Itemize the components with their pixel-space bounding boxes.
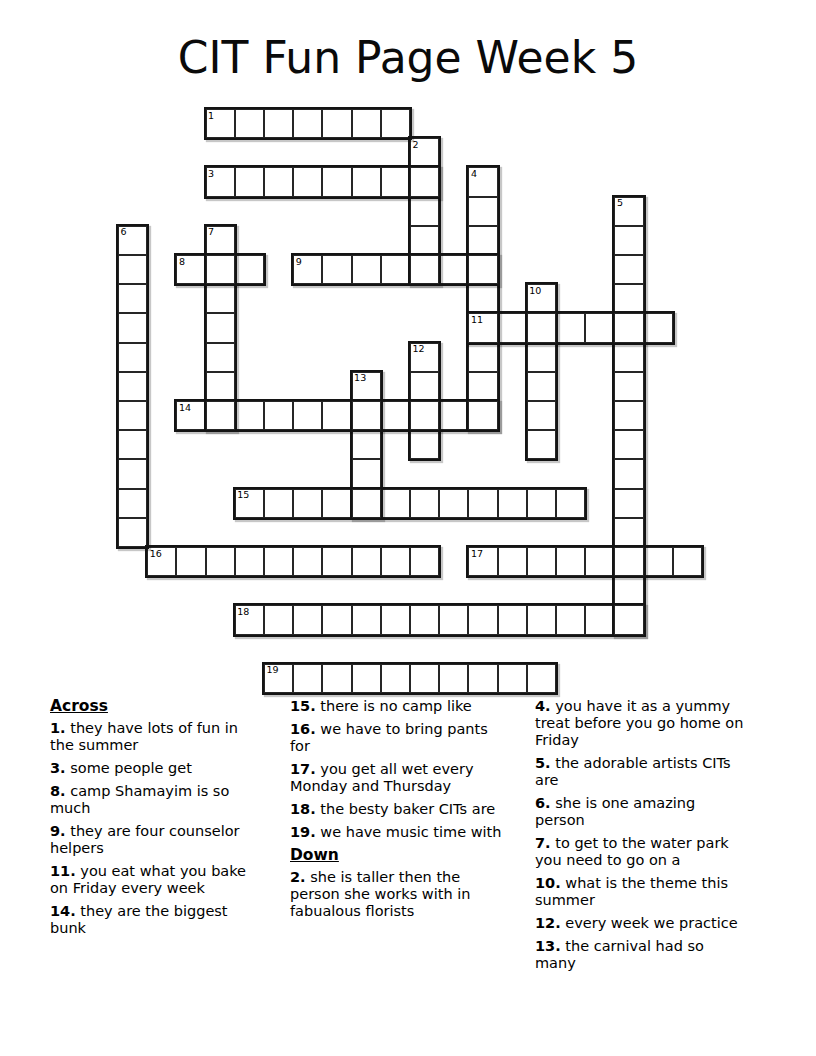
grid-cell-r10c11[interactable] [438,400,469,431]
grid-cell-r5c9[interactable] [380,254,411,285]
grid-cell-r6c12[interactable] [467,283,498,314]
across-clues-list-1: 1. they have lots of fun in the summer3.… [50,720,250,937]
grid-cell-r5c6[interactable] [292,254,323,285]
grid-cell-r3c10[interactable] [409,196,440,227]
clue-number: 12. [535,915,561,931]
grid-cell-r13c15[interactable] [555,488,586,519]
grid-cell-r7c3[interactable] [205,312,236,343]
grid-cell-r15c3[interactable] [205,546,236,577]
grid-cell-r10c4[interactable] [234,400,265,431]
grid-cell-r5c7[interactable] [321,254,352,285]
grid-cell-r5c2[interactable] [175,254,206,285]
grid-cell-r13c11[interactable] [438,488,469,519]
grid-cell-r2c6[interactable] [292,166,323,197]
clue-text: camp Shamayim is so much [50,783,229,816]
grid-cell-r12c8[interactable] [351,458,382,489]
grid-cell-r6c17[interactable] [613,283,644,314]
clue-across-9: 9. they are four counselor helpers [50,823,250,857]
grid-cell-r13c10[interactable] [409,488,440,519]
grid-cell-r6c0[interactable] [117,283,148,314]
clue-number: 13. [535,938,561,954]
grid-cell-r11c8[interactable] [351,429,382,460]
grid-cell-r7c17[interactable] [613,312,644,343]
clue-across-3: 3. some people get [50,760,250,777]
grid-cell-r12c0[interactable] [117,458,148,489]
grid-cell-r19c5[interactable] [263,663,294,694]
grid-cell-r0c3[interactable] [205,108,236,139]
grid-cell-r5c12[interactable] [467,254,498,285]
clue-number: 17. [290,761,316,777]
grid-cell-r0c6[interactable] [292,108,323,139]
clue-across-15: 15. there is no camp like [290,698,502,715]
grid-cell-r7c12[interactable] [467,312,498,343]
grid-cell-r0c8[interactable] [351,108,382,139]
grid-cell-r19c8[interactable] [351,663,382,694]
grid-cell-r10c12[interactable] [467,400,498,431]
grid-cell-r15c16[interactable] [584,546,615,577]
clue-text: they are four counselor helpers [50,823,240,856]
grid-cell-r15c19[interactable] [672,546,703,577]
grid-cell-r17c6[interactable] [292,604,323,635]
grid-cell-r15c5[interactable] [263,546,294,577]
grid-cell-r2c5[interactable] [263,166,294,197]
grid-cell-r8c17[interactable] [613,342,644,373]
grid-cell-r15c9[interactable] [380,546,411,577]
clue-down-6: 6. she is one amazing person [535,795,749,829]
grid-cell-r15c15[interactable] [555,546,586,577]
down-clues-list-1: 2. she is taller then the person she wor… [290,869,502,920]
grid-cell-r2c8[interactable] [351,166,382,197]
grid-cell-r17c11[interactable] [438,604,469,635]
grid-cell-r14c17[interactable] [613,517,644,548]
grid-cell-r9c3[interactable] [205,371,236,402]
grid-cell-r13c5[interactable] [263,488,294,519]
grid-cell-r15c1[interactable] [146,546,177,577]
grid-cell-r10c6[interactable] [292,400,323,431]
grid-cell-r1c10[interactable] [409,137,440,168]
grid-cell-r5c0[interactable] [117,254,148,285]
grid-cell-r17c10[interactable] [409,604,440,635]
grid-cell-r15c18[interactable] [643,546,674,577]
grid-cell-r5c4[interactable] [234,254,265,285]
grid-cell-r3c12[interactable] [467,196,498,227]
across-clues-list-2: 15. there is no camp like16. we have to … [290,698,502,841]
down-header: Down [290,847,502,864]
grid-cell-r10c7[interactable] [321,400,352,431]
clue-number: 9. [50,823,66,839]
grid-cell-r15c12[interactable] [467,546,498,577]
clue-across-14: 14. they are the biggest bunk [50,903,250,937]
grid-cell-r9c0[interactable] [117,371,148,402]
clue-number: 14. [50,903,76,919]
grid-cell-r17c12[interactable] [467,604,498,635]
grid-cell-r17c7[interactable] [321,604,352,635]
clue-text: she is taller then the person she works … [290,869,470,919]
clue-number: 10. [535,875,561,891]
grid-cell-r15c2[interactable] [175,546,206,577]
grid-cell-r15c13[interactable] [497,546,528,577]
down-clues-list-2: 4. you have it as a yummy treat before y… [535,698,749,972]
grid-cell-r15c14[interactable] [526,546,557,577]
grid-cell-r19c10[interactable] [409,663,440,694]
grid-cell-r10c5[interactable] [263,400,294,431]
grid-cell-r0c9[interactable] [380,108,411,139]
grid-cell-r19c11[interactable] [438,663,469,694]
clues-column-2: 15. there is no camp like16. we have to … [290,698,502,926]
clue-text: you get all wet every Monday and Thursda… [290,761,474,794]
clue-text: what is the theme this summer [535,875,728,908]
grid-cell-r10c17[interactable] [613,400,644,431]
grid-cell-r7c15[interactable] [555,312,586,343]
clue-number: 5. [535,755,551,771]
clue-down-12: 12. every week we practice [535,915,749,932]
grid-cell-r13c12[interactable] [467,488,498,519]
clue-number: 2. [290,869,306,885]
clue-down-2: 2. she is taller then the person she wor… [290,869,502,920]
grid-cell-r2c4[interactable] [234,166,265,197]
grid-cell-r19c7[interactable] [321,663,352,694]
grid-cell-r2c3[interactable] [205,166,236,197]
grid-cell-r12c17[interactable] [613,458,644,489]
grid-cell-r10c14[interactable] [526,400,557,431]
grid-cell-r17c17[interactable] [613,604,644,635]
grid-cell-r9c12[interactable] [467,371,498,402]
clue-across-19: 19. we have music time with [290,824,502,841]
grid-cell-r3c17[interactable] [613,196,644,227]
grid-cell-r9c14[interactable] [526,371,557,402]
grid-cell-r13c6[interactable] [292,488,323,519]
grid-cell-r15c8[interactable] [351,546,382,577]
grid-cell-r10c3[interactable] [205,400,236,431]
grid-cell-r4c12[interactable] [467,225,498,256]
grid-cell-r4c17[interactable] [613,225,644,256]
clue-down-10: 10. what is the theme this summer [535,875,749,909]
grid-cell-r11c14[interactable] [526,429,557,460]
clue-across-17: 17. you get all wet every Monday and Thu… [290,761,502,795]
grid-cell-r14c0[interactable] [117,517,148,548]
grid-cell-r13c17[interactable] [613,488,644,519]
grid-cell-r10c0[interactable] [117,400,148,431]
clue-down-5: 5. the adorable artists CITs are [535,755,749,789]
grid-cell-r10c9[interactable] [380,400,411,431]
grid-cell-r9c17[interactable] [613,371,644,402]
clue-text: you eat what you bake on Friday every we… [50,863,246,896]
grid-cell-r17c16[interactable] [584,604,615,635]
clue-across-8: 8. camp Shamayim is so much [50,783,250,817]
grid-cell-r8c12[interactable] [467,342,498,373]
grid-cell-r4c3[interactable] [205,225,236,256]
grid-cell-r15c6[interactable] [292,546,323,577]
clue-across-1: 1. they have lots of fun in the summer [50,720,250,754]
grid-cell-r17c4[interactable] [234,604,265,635]
grid-cell-r5c10[interactable] [409,254,440,285]
grid-cell-r9c10[interactable] [409,371,440,402]
grid-cell-r19c12[interactable] [467,663,498,694]
grid-cell-r13c8[interactable] [351,488,382,519]
grid-cell-r13c7[interactable] [321,488,352,519]
grid-cell-r10c2[interactable] [175,400,206,431]
grid-cell-r15c4[interactable] [234,546,265,577]
grid-cell-r13c14[interactable] [526,488,557,519]
grid-cell-r0c4[interactable] [234,108,265,139]
grid-cell-r7c18[interactable] [643,312,674,343]
clue-text: to get to the water park you need to go … [535,835,729,868]
clue-number: 15. [290,698,316,714]
across-header: Across [50,698,250,715]
grid-cell-r19c14[interactable] [526,663,557,694]
grid-cell-r4c0[interactable] [117,225,148,256]
grid-cell-r7c0[interactable] [117,312,148,343]
clue-number: 7. [535,835,551,851]
clue-text: there is no camp like [316,698,472,714]
clue-number: 1. [50,720,66,736]
clue-number: 4. [535,698,551,714]
grid-cell-r6c14[interactable] [526,283,557,314]
grid-cell-r17c8[interactable] [351,604,382,635]
clue-across-18: 18. the besty baker CITs are [290,801,502,818]
grid-cell-r0c5[interactable] [263,108,294,139]
grid-cell-r13c13[interactable] [497,488,528,519]
clue-down-7: 7. to get to the water park you need to … [535,835,749,869]
clue-text: we have music time with [316,824,502,840]
grid-cell-r4c10[interactable] [409,225,440,256]
grid-cell-r11c10[interactable] [409,429,440,460]
clues-column-1: Across 1. they have lots of fun in the s… [50,698,250,943]
grid-cell-r10c8[interactable] [351,400,382,431]
grid-cell-r19c13[interactable] [497,663,528,694]
grid-cell-r15c7[interactable] [321,546,352,577]
grid-cell-r8c0[interactable] [117,342,148,373]
grid-cell-r5c11[interactable] [438,254,469,285]
grid-cell-r6c3[interactable] [205,283,236,314]
grid-cell-r11c17[interactable] [613,429,644,460]
grid-cell-r2c12[interactable] [467,166,498,197]
crossword-grid: 12345678910111213141516171819 [117,108,701,692]
clue-number: 8. [50,783,66,799]
grid-cell-r10c10[interactable] [409,400,440,431]
clue-down-13: 13. the carnival had so many [535,938,749,972]
grid-cell-r5c17[interactable] [613,254,644,285]
grid-cell-r7c14[interactable] [526,312,557,343]
crossword-page: CIT Fun Page Week 5 12345678910111213141… [0,0,816,1056]
grid-cell-r11c0[interactable] [117,429,148,460]
clue-number: 6. [535,795,551,811]
grid-cell-r8c14[interactable] [526,342,557,373]
grid-cell-r13c9[interactable] [380,488,411,519]
clue-across-16: 16. we have to bring pants for [290,721,502,755]
grid-cell-r2c10[interactable] [409,166,440,197]
grid-cell-r5c3[interactable] [205,254,236,285]
grid-cell-r13c4[interactable] [234,488,265,519]
grid-cell-r8c3[interactable] [205,342,236,373]
clue-text: the carnival had so many [535,938,704,971]
grid-cell-r15c10[interactable] [409,546,440,577]
clue-across-11: 11. you eat what you bake on Friday ever… [50,863,250,897]
grid-cell-r0c7[interactable] [321,108,352,139]
grid-cell-r7c16[interactable] [584,312,615,343]
clues-column-3: 4. you have it as a yummy treat before y… [535,698,749,978]
grid-cell-r13c0[interactable] [117,488,148,519]
clue-text: the adorable artists CITs are [535,755,731,788]
grid-cell-r15c17[interactable] [613,546,644,577]
clue-text: she is one amazing person [535,795,695,828]
grid-cell-r19c6[interactable] [292,663,323,694]
clue-down-4: 4. you have it as a yummy treat before y… [535,698,749,749]
grid-cell-r17c15[interactable] [555,604,586,635]
grid-cell-r16c17[interactable] [613,575,644,606]
clue-number: 11. [50,863,76,879]
grid-cell-r17c13[interactable] [497,604,528,635]
grid-cell-r17c9[interactable] [380,604,411,635]
clue-text: they are the biggest bunk [50,903,228,936]
clue-number: 18. [290,801,316,817]
clue-number: 19. [290,824,316,840]
grid-cell-r2c9[interactable] [380,166,411,197]
grid-cell-r17c5[interactable] [263,604,294,635]
clue-number: 16. [290,721,316,737]
grid-cell-r2c7[interactable] [321,166,352,197]
clue-number: 3. [50,760,66,776]
clue-text: you have it as a yummy treat before you … [535,698,743,748]
clue-text: the besty baker CITs are [316,801,496,817]
page-title: CIT Fun Page Week 5 [0,30,816,86]
clue-text: they have lots of fun in the summer [50,720,238,753]
grid-cell-r5c8[interactable] [351,254,382,285]
clue-text: we have to bring pants for [290,721,488,754]
grid-cell-r8c10[interactable] [409,342,440,373]
grid-cell-r17c14[interactable] [526,604,557,635]
grid-cell-r19c9[interactable] [380,663,411,694]
grid-cell-r7c13[interactable] [497,312,528,343]
clue-text: some people get [66,760,192,776]
clue-text: every week we practice [561,915,738,931]
grid-cell-r9c8[interactable] [351,371,382,402]
